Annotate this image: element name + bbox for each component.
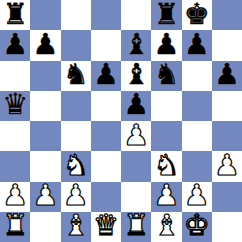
square-f3[interactable]: ♞ bbox=[151, 151, 181, 181]
square-g8[interactable]: ♚ bbox=[182, 0, 212, 30]
square-c5[interactable] bbox=[61, 91, 91, 121]
square-b4[interactable] bbox=[30, 121, 60, 151]
square-d5[interactable] bbox=[91, 91, 121, 121]
square-c2[interactable]: ♟ bbox=[61, 182, 91, 212]
square-h2[interactable] bbox=[212, 182, 242, 212]
square-g6[interactable] bbox=[182, 61, 212, 91]
square-a6[interactable] bbox=[0, 61, 30, 91]
square-b3[interactable] bbox=[30, 151, 60, 181]
square-e6[interactable]: ♝ bbox=[121, 61, 151, 91]
square-c4[interactable] bbox=[61, 121, 91, 151]
black-king-piece[interactable]: ♚ bbox=[184, 0, 210, 29]
square-c3[interactable]: ♞ bbox=[61, 151, 91, 181]
white-pawn-piece[interactable]: ♟ bbox=[184, 182, 210, 211]
square-e1[interactable]: ♜ bbox=[121, 212, 151, 242]
square-d1[interactable]: ♛ bbox=[91, 212, 121, 242]
square-d2[interactable] bbox=[91, 182, 121, 212]
square-f5[interactable] bbox=[151, 91, 181, 121]
square-d8[interactable] bbox=[91, 0, 121, 30]
square-a8[interactable]: ♜ bbox=[0, 0, 30, 30]
square-h1[interactable] bbox=[212, 212, 242, 242]
square-c8[interactable] bbox=[61, 0, 91, 30]
square-a3[interactable] bbox=[0, 151, 30, 181]
square-d6[interactable]: ♟ bbox=[91, 61, 121, 91]
black-rook-piece[interactable]: ♜ bbox=[153, 0, 179, 29]
square-a1[interactable]: ♜ bbox=[0, 212, 30, 242]
square-d3[interactable] bbox=[91, 151, 121, 181]
white-pawn-piece[interactable]: ♟ bbox=[214, 151, 240, 180]
square-a5[interactable]: ♛ bbox=[0, 91, 30, 121]
white-pawn-piece[interactable]: ♟ bbox=[2, 182, 28, 211]
white-pawn-piece[interactable]: ♟ bbox=[123, 121, 149, 150]
square-b7[interactable]: ♟ bbox=[30, 30, 60, 60]
square-b1[interactable] bbox=[30, 212, 60, 242]
square-c7[interactable] bbox=[61, 30, 91, 60]
black-pawn-piece[interactable]: ♟ bbox=[93, 61, 119, 90]
white-bishop-piece[interactable]: ♝ bbox=[63, 212, 89, 241]
square-a2[interactable]: ♟ bbox=[0, 182, 30, 212]
square-g1[interactable]: ♚ bbox=[182, 212, 212, 242]
square-f1[interactable]: ♝ bbox=[151, 212, 181, 242]
white-knight-piece[interactable]: ♞ bbox=[63, 151, 89, 180]
square-h8[interactable] bbox=[212, 0, 242, 30]
square-e3[interactable] bbox=[121, 151, 151, 181]
black-rook-piece[interactable]: ♜ bbox=[2, 0, 28, 29]
black-queen-piece[interactable]: ♛ bbox=[2, 91, 28, 120]
square-c6[interactable]: ♞ bbox=[61, 61, 91, 91]
square-d7[interactable] bbox=[91, 30, 121, 60]
square-g2[interactable]: ♟ bbox=[182, 182, 212, 212]
square-e5[interactable]: ♟ bbox=[121, 91, 151, 121]
black-bishop-piece[interactable]: ♝ bbox=[123, 61, 149, 90]
white-pawn-piece[interactable]: ♟ bbox=[63, 182, 89, 211]
white-queen-piece[interactable]: ♛ bbox=[93, 212, 119, 241]
square-h4[interactable] bbox=[212, 121, 242, 151]
square-b2[interactable]: ♟ bbox=[30, 182, 60, 212]
white-rook-piece[interactable]: ♜ bbox=[123, 212, 149, 241]
white-bishop-piece[interactable]: ♝ bbox=[153, 212, 179, 241]
black-pawn-piece[interactable]: ♟ bbox=[214, 61, 240, 90]
square-e8[interactable] bbox=[121, 0, 151, 30]
square-f6[interactable]: ♞ bbox=[151, 61, 181, 91]
square-e7[interactable]: ♝ bbox=[121, 30, 151, 60]
black-pawn-piece[interactable]: ♟ bbox=[123, 91, 149, 120]
white-rook-piece[interactable]: ♜ bbox=[2, 212, 28, 241]
black-pawn-piece[interactable]: ♟ bbox=[184, 30, 210, 59]
square-g3[interactable] bbox=[182, 151, 212, 181]
white-king-piece[interactable]: ♚ bbox=[184, 212, 210, 241]
square-g4[interactable] bbox=[182, 121, 212, 151]
white-pawn-piece[interactable]: ♟ bbox=[32, 182, 58, 211]
black-pawn-piece[interactable]: ♟ bbox=[2, 30, 28, 59]
black-bishop-piece[interactable]: ♝ bbox=[123, 30, 149, 59]
square-f4[interactable] bbox=[151, 121, 181, 151]
white-pawn-piece[interactable]: ♟ bbox=[153, 182, 179, 211]
black-knight-piece[interactable]: ♞ bbox=[153, 61, 179, 90]
square-f8[interactable]: ♜ bbox=[151, 0, 181, 30]
square-h7[interactable] bbox=[212, 30, 242, 60]
white-knight-piece[interactable]: ♞ bbox=[153, 151, 179, 180]
square-c1[interactable]: ♝ bbox=[61, 212, 91, 242]
black-knight-piece[interactable]: ♞ bbox=[63, 61, 89, 90]
square-e4[interactable]: ♟ bbox=[121, 121, 151, 151]
black-pawn-piece[interactable]: ♟ bbox=[153, 30, 179, 59]
square-f7[interactable]: ♟ bbox=[151, 30, 181, 60]
square-h5[interactable] bbox=[212, 91, 242, 121]
square-b6[interactable] bbox=[30, 61, 60, 91]
square-h6[interactable]: ♟ bbox=[212, 61, 242, 91]
square-b5[interactable] bbox=[30, 91, 60, 121]
square-g7[interactable]: ♟ bbox=[182, 30, 212, 60]
chess-board: ♜♜♚♟♟♝♟♟♞♟♝♞♟♛♟♟♞♞♟♟♟♟♟♟♜♝♛♜♝♚ bbox=[0, 0, 242, 242]
square-d4[interactable] bbox=[91, 121, 121, 151]
square-e2[interactable] bbox=[121, 182, 151, 212]
black-pawn-piece[interactable]: ♟ bbox=[32, 30, 58, 59]
square-a7[interactable]: ♟ bbox=[0, 30, 30, 60]
square-b8[interactable] bbox=[30, 0, 60, 30]
square-h3[interactable]: ♟ bbox=[212, 151, 242, 181]
square-a4[interactable] bbox=[0, 121, 30, 151]
square-g5[interactable] bbox=[182, 91, 212, 121]
square-f2[interactable]: ♟ bbox=[151, 182, 181, 212]
